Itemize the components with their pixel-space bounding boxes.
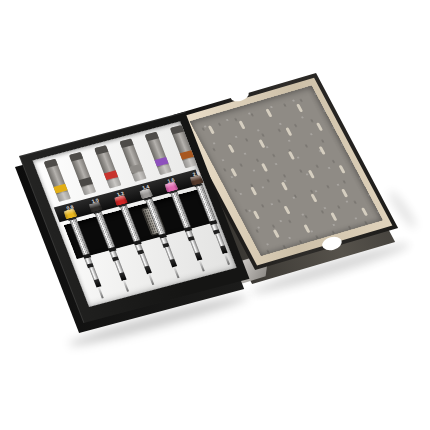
blade-tip xyxy=(173,267,179,279)
foam-slot xyxy=(338,165,345,174)
foam-slot xyxy=(284,206,291,215)
foam-slot xyxy=(228,144,235,153)
foam-slot xyxy=(303,224,310,233)
tube-cap xyxy=(119,138,133,148)
blade-tip xyxy=(98,287,104,299)
foam-slot xyxy=(261,163,268,172)
product-photo-screwdriver-set: 0.8mm 1.0mm 1.2mm 1.4mm 1.6mm 2.0mm xyxy=(0,0,430,430)
foam-slot xyxy=(330,212,337,221)
foam-slot xyxy=(238,121,245,130)
tube-cap xyxy=(69,152,83,162)
foam-slot xyxy=(273,229,280,238)
spare-blade-tube xyxy=(94,145,121,188)
tube-foot xyxy=(107,178,122,189)
foam-slot xyxy=(308,170,315,179)
blade-tip xyxy=(123,280,129,292)
foam-slot xyxy=(281,182,288,191)
tube-cap xyxy=(44,159,58,169)
foam-slot xyxy=(319,146,326,155)
foam-slot xyxy=(285,127,292,136)
foam-slot xyxy=(253,210,260,219)
tube-foot xyxy=(157,164,172,175)
foam-slot xyxy=(250,187,257,196)
spare-blade-tube xyxy=(119,138,146,181)
foam-slot xyxy=(310,194,317,203)
foam-slot xyxy=(361,207,368,216)
foam-slot xyxy=(258,139,265,148)
spare-blade-tube xyxy=(69,152,96,195)
foam-slot xyxy=(288,151,295,160)
tube-cap xyxy=(170,125,184,135)
blade-tip xyxy=(148,273,154,285)
foam-slot xyxy=(296,104,303,113)
tube-foot xyxy=(183,158,198,169)
spare-blade-tube xyxy=(44,159,71,202)
spare-blade-tube xyxy=(145,132,172,175)
foam-slot xyxy=(230,168,237,177)
blade-tip xyxy=(224,253,230,265)
foam-slot xyxy=(341,189,348,198)
tube-foot xyxy=(132,171,147,182)
tube-cap xyxy=(94,145,108,155)
blade-tip xyxy=(199,260,205,272)
spare-blade-tube xyxy=(170,125,197,168)
foam-slot xyxy=(208,125,215,134)
tube-foot xyxy=(82,185,97,196)
tube-cap xyxy=(145,132,159,142)
foam-slot xyxy=(265,109,272,118)
foam-slot xyxy=(316,122,323,131)
tube-foot xyxy=(56,191,71,202)
